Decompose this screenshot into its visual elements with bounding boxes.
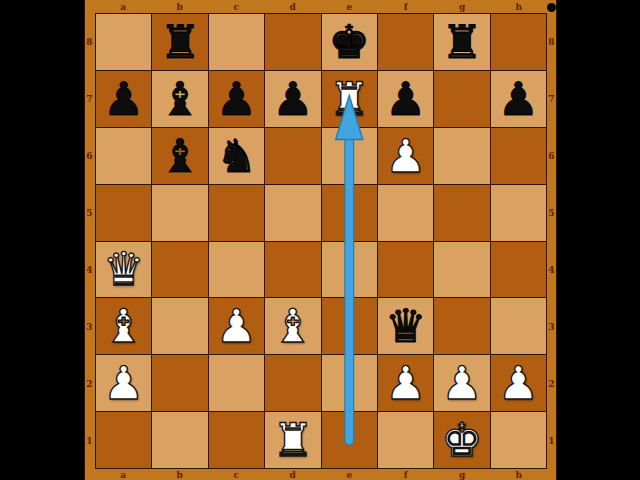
file-label-e: e	[346, 2, 352, 12]
square-g6[interactable]	[434, 128, 489, 184]
rank-labels-right: 87654321	[546, 13, 557, 469]
rank-label-4: 4	[548, 265, 554, 275]
square-e7[interactable]: ♜	[322, 71, 377, 127]
rank-label-3: 3	[548, 322, 554, 332]
chessboard-stage: ♜♚♜♟♝♟♟♜♟♟♝♞♟♛♝♟♝♛♟♟♟♟♜♚ abcdefgh abcdef…	[0, 0, 640, 480]
rank-label-5: 5	[86, 208, 92, 218]
piece-white-pawn-f2: ♟	[385, 360, 426, 406]
file-label-h: h	[515, 2, 522, 12]
piece-white-rook-e7: ♜	[329, 76, 370, 122]
square-b3[interactable]	[152, 298, 207, 354]
square-c1[interactable]	[209, 412, 264, 468]
square-a7[interactable]: ♟	[96, 71, 151, 127]
piece-black-bishop-b6: ♝	[159, 133, 200, 179]
rank-label-8: 8	[86, 37, 92, 47]
piece-black-pawn-h7: ♟	[498, 76, 539, 122]
square-h8[interactable]	[491, 14, 546, 70]
file-label-a: a	[120, 470, 126, 480]
piece-white-king-g1: ♚	[441, 417, 482, 463]
square-e8[interactable]: ♚	[322, 14, 377, 70]
square-b2[interactable]	[152, 355, 207, 411]
square-f6[interactable]: ♟	[378, 128, 433, 184]
square-d1[interactable]: ♜	[265, 412, 320, 468]
piece-white-rook-d1: ♜	[272, 417, 313, 463]
file-label-b: b	[177, 2, 183, 12]
piece-black-pawn-a7: ♟	[103, 76, 144, 122]
square-h5[interactable]	[491, 185, 546, 241]
file-labels-top: abcdefgh	[95, 0, 547, 13]
square-h3[interactable]	[491, 298, 546, 354]
square-b8[interactable]: ♜	[152, 14, 207, 70]
square-a2[interactable]: ♟	[96, 355, 151, 411]
square-d8[interactable]	[265, 14, 320, 70]
file-label-d: d	[290, 470, 296, 480]
square-g8[interactable]: ♜	[434, 14, 489, 70]
square-b7[interactable]: ♝	[152, 71, 207, 127]
square-d4[interactable]	[265, 242, 320, 298]
rank-label-4: 4	[86, 265, 92, 275]
piece-white-pawn-h2: ♟	[498, 360, 539, 406]
square-b5[interactable]	[152, 185, 207, 241]
piece-black-pawn-d7: ♟	[272, 76, 313, 122]
rank-label-3: 3	[86, 322, 92, 332]
square-g2[interactable]: ♟	[434, 355, 489, 411]
rank-label-6: 6	[86, 151, 92, 161]
square-a6[interactable]	[96, 128, 151, 184]
file-label-c: c	[234, 2, 239, 12]
square-g7[interactable]	[434, 71, 489, 127]
rank-label-7: 7	[86, 94, 92, 104]
square-a1[interactable]	[96, 412, 151, 468]
square-h6[interactable]	[491, 128, 546, 184]
square-f3[interactable]: ♛	[378, 298, 433, 354]
square-f5[interactable]	[378, 185, 433, 241]
square-h1[interactable]	[491, 412, 546, 468]
file-label-f: f	[404, 2, 408, 12]
square-a8[interactable]	[96, 14, 151, 70]
piece-black-rook-g8: ♜	[441, 19, 482, 65]
square-c2[interactable]	[209, 355, 264, 411]
file-label-g: g	[459, 2, 465, 12]
square-e6[interactable]	[322, 128, 377, 184]
square-h7[interactable]: ♟	[491, 71, 546, 127]
square-f8[interactable]	[378, 14, 433, 70]
file-label-a: a	[120, 2, 126, 12]
square-e3[interactable]	[322, 298, 377, 354]
piece-white-pawn-g2: ♟	[441, 360, 482, 406]
square-f7[interactable]: ♟	[378, 71, 433, 127]
file-label-d: d	[290, 2, 296, 12]
square-a4[interactable]: ♛	[96, 242, 151, 298]
square-d3[interactable]: ♝	[265, 298, 320, 354]
square-g1[interactable]: ♚	[434, 412, 489, 468]
piece-black-rook-b8: ♜	[159, 19, 200, 65]
file-label-h: h	[515, 470, 522, 480]
rank-label-7: 7	[548, 94, 554, 104]
square-c3[interactable]: ♟	[209, 298, 264, 354]
square-f4[interactable]	[378, 242, 433, 298]
square-d2[interactable]	[265, 355, 320, 411]
piece-white-queen-a4: ♛	[103, 246, 144, 292]
piece-white-bishop-d3: ♝	[272, 303, 313, 349]
square-g3[interactable]	[434, 298, 489, 354]
square-b1[interactable]	[152, 412, 207, 468]
file-label-b: b	[177, 470, 183, 480]
square-g4[interactable]	[434, 242, 489, 298]
square-c4[interactable]	[209, 242, 264, 298]
rank-label-6: 6	[548, 151, 554, 161]
square-b6[interactable]: ♝	[152, 128, 207, 184]
piece-black-king-e8: ♚	[329, 19, 370, 65]
square-e1[interactable]	[322, 412, 377, 468]
rank-label-2: 2	[548, 379, 554, 389]
rank-label-1: 1	[86, 436, 92, 446]
square-h4[interactable]	[491, 242, 546, 298]
file-labels-bottom: abcdefgh	[95, 469, 547, 480]
square-f1[interactable]	[378, 412, 433, 468]
piece-black-knight-c6: ♞	[216, 133, 257, 179]
file-label-e: e	[346, 470, 352, 480]
square-b4[interactable]	[152, 242, 207, 298]
square-d6[interactable]	[265, 128, 320, 184]
square-d7[interactable]: ♟	[265, 71, 320, 127]
rank-labels-left: 87654321	[84, 13, 95, 469]
file-label-g: g	[459, 470, 465, 480]
rank-label-2: 2	[86, 379, 92, 389]
rank-label-5: 5	[548, 208, 554, 218]
rank-label-1: 1	[548, 436, 554, 446]
square-c6[interactable]: ♞	[209, 128, 264, 184]
piece-black-pawn-c7: ♟	[216, 76, 257, 122]
square-c8[interactable]	[209, 14, 264, 70]
square-a5[interactable]	[96, 185, 151, 241]
square-e4[interactable]	[322, 242, 377, 298]
square-g5[interactable]	[434, 185, 489, 241]
square-e5[interactable]	[322, 185, 377, 241]
square-h2[interactable]: ♟	[491, 355, 546, 411]
square-c7[interactable]: ♟	[209, 71, 264, 127]
square-d5[interactable]	[265, 185, 320, 241]
black-to-move-indicator	[547, 3, 556, 12]
square-c5[interactable]	[209, 185, 264, 241]
rank-label-8: 8	[548, 37, 554, 47]
piece-white-pawn-c3: ♟	[216, 303, 257, 349]
piece-black-queen-f3: ♛	[385, 303, 426, 349]
file-label-c: c	[234, 470, 239, 480]
piece-white-bishop-a3: ♝	[103, 303, 144, 349]
file-label-f: f	[404, 470, 408, 480]
chess-board: ♜♚♜♟♝♟♟♜♟♟♝♞♟♛♝♟♝♛♟♟♟♟♜♚	[95, 13, 547, 469]
piece-black-bishop-b7: ♝	[159, 76, 200, 122]
piece-white-pawn-f6: ♟	[385, 133, 426, 179]
square-f2[interactable]: ♟	[378, 355, 433, 411]
piece-black-pawn-f7: ♟	[385, 76, 426, 122]
piece-white-pawn-a2: ♟	[103, 360, 144, 406]
square-a3[interactable]: ♝	[96, 298, 151, 354]
square-e2[interactable]	[322, 355, 377, 411]
